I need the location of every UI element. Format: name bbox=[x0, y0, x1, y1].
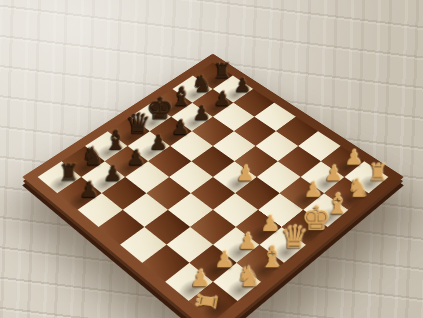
white-pawn-e4[interactable]: ♟ bbox=[210, 163, 281, 184]
black-pawn-a7[interactable]: ♟ bbox=[53, 179, 126, 200]
chessboard: ♜♞♝♛♚♝♞♜♟♟♟♟♟♟♟♟♟♟♟♟♟♟♟♟♜♞♝♛♚♝♞♜ bbox=[22, 53, 404, 318]
chessboard-squares: ♜♞♝♛♚♝♞♜♟♟♟♟♟♟♟♟♟♟♟♟♟♟♟♟♜♞♝♛♚♝♞♜ bbox=[38, 62, 389, 318]
wood-floor: ♜♞♝♛♚♝♞♜♟♟♟♟♟♟♟♟♟♟♟♟♟♟♟♟♜♞♝♛♚♝♞♜ bbox=[0, 0, 423, 318]
white-knight-b1[interactable]: ♞ bbox=[210, 263, 288, 291]
square-e4[interactable]: ♟ bbox=[213, 161, 257, 193]
